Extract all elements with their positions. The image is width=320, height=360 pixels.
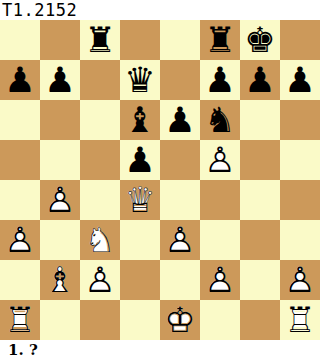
piece-black-pawn[interactable]: ♟ — [0, 60, 40, 100]
piece-glyph-outline: ♙ — [80, 260, 120, 300]
square-c2[interactable]: ♟♙ — [80, 260, 120, 300]
piece-black-pawn[interactable]: ♟ — [160, 100, 200, 140]
square-a2[interactable] — [0, 260, 40, 300]
square-e2[interactable] — [160, 260, 200, 300]
square-a4[interactable] — [0, 180, 40, 220]
piece-glyph-outline: ♙ — [160, 220, 200, 260]
square-h3[interactable] — [280, 220, 320, 260]
square-h8[interactable] — [280, 20, 320, 60]
square-e8[interactable] — [160, 20, 200, 60]
piece-white-pawn[interactable]: ♟♙ — [200, 140, 240, 180]
square-c6[interactable] — [80, 100, 120, 140]
square-d6[interactable]: ♝ — [120, 100, 160, 140]
square-c7[interactable] — [80, 60, 120, 100]
piece-white-rook[interactable]: ♜♖ — [0, 300, 40, 340]
window-title: T1.2152 — [2, 0, 77, 20]
piece-black-pawn[interactable]: ♟ — [240, 60, 280, 100]
piece-glyph-fill: ♜ — [200, 20, 240, 60]
piece-glyph-outline: ♔ — [160, 300, 200, 340]
piece-glyph-fill: ♚ — [240, 20, 280, 60]
piece-black-bishop[interactable]: ♝ — [120, 100, 160, 140]
square-g8[interactable]: ♚ — [240, 20, 280, 60]
piece-glyph-fill: ♟ — [160, 100, 200, 140]
piece-glyph-outline: ♖ — [280, 300, 320, 340]
square-a5[interactable] — [0, 140, 40, 180]
piece-black-knight[interactable]: ♞ — [200, 100, 240, 140]
square-h2[interactable]: ♟♙ — [280, 260, 320, 300]
square-h5[interactable] — [280, 140, 320, 180]
chess-board: ♜♜♚♟♟♛♟♟♟♝♟♞♟♟♙♟♙♛♕♟♙♞♘♟♙♝♗♟♙♟♙♟♙♜♖♚♔♜♖ — [0, 20, 320, 340]
piece-glyph-outline: ♙ — [200, 260, 240, 300]
square-g2[interactable] — [240, 260, 280, 300]
square-d7[interactable]: ♛ — [120, 60, 160, 100]
square-h1[interactable]: ♜♖ — [280, 300, 320, 340]
piece-glyph-fill: ♟ — [240, 60, 280, 100]
square-h4[interactable] — [280, 180, 320, 220]
piece-glyph-outline: ♕ — [120, 180, 160, 220]
square-b4[interactable]: ♟♙ — [40, 180, 80, 220]
piece-white-pawn[interactable]: ♟♙ — [40, 180, 80, 220]
square-e6[interactable]: ♟ — [160, 100, 200, 140]
status-bar: 1. ? — [0, 340, 320, 360]
piece-glyph-fill: ♟ — [0, 60, 40, 100]
piece-black-pawn[interactable]: ♟ — [280, 60, 320, 100]
piece-black-queen[interactable]: ♛ — [120, 60, 160, 100]
square-g7[interactable]: ♟ — [240, 60, 280, 100]
square-a3[interactable]: ♟♙ — [0, 220, 40, 260]
piece-glyph-fill: ♟ — [120, 140, 160, 180]
piece-black-pawn[interactable]: ♟ — [120, 140, 160, 180]
piece-glyph-fill: ♛ — [120, 60, 160, 100]
piece-white-pawn[interactable]: ♟♙ — [80, 260, 120, 300]
square-a6[interactable] — [0, 100, 40, 140]
piece-glyph-fill: ♞ — [200, 100, 240, 140]
piece-glyph-fill: ♜ — [80, 20, 120, 60]
square-d4[interactable]: ♛♕ — [120, 180, 160, 220]
piece-glyph-outline: ♙ — [280, 260, 320, 300]
title-bar: T1.2152 — [0, 0, 320, 20]
square-g5[interactable] — [240, 140, 280, 180]
square-f6[interactable]: ♞ — [200, 100, 240, 140]
square-b8[interactable] — [40, 20, 80, 60]
piece-glyph-fill: ♟ — [280, 60, 320, 100]
square-c4[interactable] — [80, 180, 120, 220]
square-b7[interactable]: ♟ — [40, 60, 80, 100]
square-f4[interactable] — [200, 180, 240, 220]
move-prompt: 1. ? — [8, 341, 38, 359]
square-f5[interactable]: ♟♙ — [200, 140, 240, 180]
piece-glyph-fill: ♝ — [120, 100, 160, 140]
square-c8[interactable]: ♜ — [80, 20, 120, 60]
piece-white-pawn[interactable]: ♟♙ — [0, 220, 40, 260]
square-a7[interactable]: ♟ — [0, 60, 40, 100]
piece-white-bishop[interactable]: ♝♗ — [40, 260, 80, 300]
piece-glyph-fill: ♟ — [40, 60, 80, 100]
piece-black-king[interactable]: ♚ — [240, 20, 280, 60]
piece-glyph-outline: ♘ — [80, 220, 120, 260]
square-b2[interactable]: ♝♗ — [40, 260, 80, 300]
square-f7[interactable]: ♟ — [200, 60, 240, 100]
square-h6[interactable] — [280, 100, 320, 140]
piece-white-pawn[interactable]: ♟♙ — [280, 260, 320, 300]
square-a8[interactable] — [0, 20, 40, 60]
square-d3[interactable] — [120, 220, 160, 260]
square-g4[interactable] — [240, 180, 280, 220]
square-e3[interactable]: ♟♙ — [160, 220, 200, 260]
piece-glyph-outline: ♙ — [200, 140, 240, 180]
piece-glyph-outline: ♖ — [0, 300, 40, 340]
square-g3[interactable] — [240, 220, 280, 260]
chess-app-window: T1.2152 ♜♜♚♟♟♛♟♟♟♝♟♞♟♟♙♟♙♛♕♟♙♞♘♟♙♝♗♟♙♟♙♟… — [0, 0, 320, 360]
piece-white-knight[interactable]: ♞♘ — [80, 220, 120, 260]
square-b5[interactable] — [40, 140, 80, 180]
square-b6[interactable] — [40, 100, 80, 140]
square-b3[interactable] — [40, 220, 80, 260]
square-d1[interactable] — [120, 300, 160, 340]
square-c3[interactable]: ♞♘ — [80, 220, 120, 260]
piece-black-pawn[interactable]: ♟ — [40, 60, 80, 100]
square-e7[interactable] — [160, 60, 200, 100]
square-f2[interactable]: ♟♙ — [200, 260, 240, 300]
piece-white-pawn[interactable]: ♟♙ — [200, 260, 240, 300]
piece-glyph-outline: ♙ — [40, 180, 80, 220]
piece-white-king[interactable]: ♚♔ — [160, 300, 200, 340]
square-e4[interactable] — [160, 180, 200, 220]
piece-black-pawn[interactable]: ♟ — [200, 60, 240, 100]
square-d2[interactable] — [120, 260, 160, 300]
piece-white-pawn[interactable]: ♟♙ — [160, 220, 200, 260]
square-h7[interactable]: ♟ — [280, 60, 320, 100]
piece-white-queen[interactable]: ♛♕ — [120, 180, 160, 220]
square-c1[interactable] — [80, 300, 120, 340]
square-f8[interactable]: ♜ — [200, 20, 240, 60]
piece-glyph-outline: ♗ — [40, 260, 80, 300]
square-f3[interactable] — [200, 220, 240, 260]
square-d8[interactable] — [120, 20, 160, 60]
piece-glyph-outline: ♙ — [0, 220, 40, 260]
square-c5[interactable] — [80, 140, 120, 180]
square-g6[interactable] — [240, 100, 280, 140]
square-d5[interactable]: ♟ — [120, 140, 160, 180]
square-e5[interactable] — [160, 140, 200, 180]
square-a1[interactable]: ♜♖ — [0, 300, 40, 340]
square-f1[interactable] — [200, 300, 240, 340]
piece-black-rook[interactable]: ♜ — [200, 20, 240, 60]
square-g1[interactable] — [240, 300, 280, 340]
piece-glyph-fill: ♟ — [200, 60, 240, 100]
piece-black-rook[interactable]: ♜ — [80, 20, 120, 60]
piece-white-rook[interactable]: ♜♖ — [280, 300, 320, 340]
square-b1[interactable] — [40, 300, 80, 340]
square-e1[interactable]: ♚♔ — [160, 300, 200, 340]
